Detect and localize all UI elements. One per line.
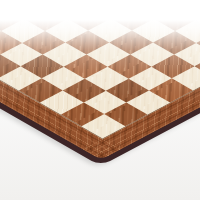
board-perspective-wrapper <box>0 0 200 200</box>
chessboard <box>0 0 200 160</box>
product-photo <box>0 0 200 200</box>
